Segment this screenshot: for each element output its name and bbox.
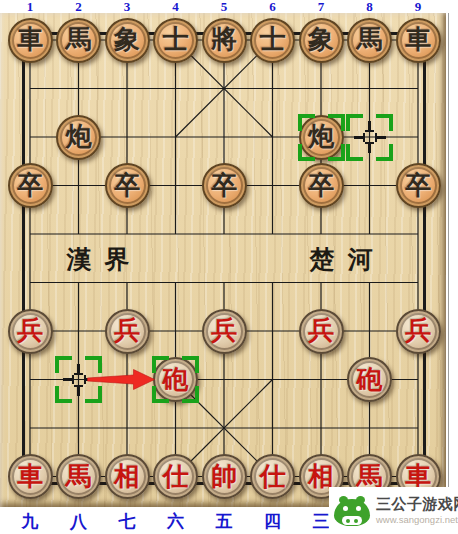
selection-bracket: [152, 356, 199, 403]
piece-glyph: 仕: [163, 464, 189, 490]
piece-glyph: 卒: [211, 173, 237, 199]
piece-black-horse[interactable]: 馬: [56, 18, 101, 63]
piece-black-soldier[interactable]: 卒: [202, 163, 247, 208]
piece-glyph: 兵: [308, 318, 334, 344]
file-label-top: 9: [407, 0, 429, 15]
piece-black-horse[interactable]: 馬: [347, 18, 392, 63]
piece-black-chariot[interactable]: 車: [396, 18, 441, 63]
piece-black-elephant[interactable]: 象: [299, 18, 344, 63]
piece-glyph: 砲: [357, 367, 383, 393]
piece-black-advisor[interactable]: 士: [153, 18, 198, 63]
xiangqi-app: 漢界 楚河 123456789 九八七六五四三二一 車馬象士將士象馬車炮炮卒卒卒…: [0, 0, 458, 534]
piece-glyph: 兵: [17, 318, 43, 344]
piece-red-advisor[interactable]: 仕: [153, 454, 198, 499]
piece-glyph: 卒: [405, 173, 431, 199]
piece-black-advisor[interactable]: 士: [250, 18, 295, 63]
right-gutter: [446, 0, 458, 534]
piece-black-soldier[interactable]: 卒: [8, 163, 53, 208]
piece-black-soldier[interactable]: 卒: [105, 163, 150, 208]
piece-black-cannon[interactable]: 炮: [56, 115, 101, 160]
file-label-top: 2: [68, 0, 90, 15]
watermark-url: www.sangongzi.net: [376, 514, 458, 525]
piece-red-soldier[interactable]: 兵: [299, 309, 344, 354]
file-label-top: 8: [359, 0, 381, 15]
piece-glyph: 馬: [66, 27, 92, 53]
piece-glyph: 車: [405, 27, 431, 53]
crosshair-icon: [63, 364, 95, 396]
piece-red-horse[interactable]: 馬: [56, 454, 101, 499]
piece-glyph: 仕: [260, 464, 286, 490]
piece-glyph: 象: [308, 27, 334, 53]
file-label-bottom: 八: [66, 510, 92, 533]
piece-glyph: 車: [17, 27, 43, 53]
piece-glyph: 兵: [405, 318, 431, 344]
file-label-top: 3: [116, 0, 138, 15]
file-label-top: 1: [19, 0, 41, 15]
piece-glyph: 卒: [114, 173, 140, 199]
piece-glyph: 馬: [357, 27, 383, 53]
piece-black-elephant[interactable]: 象: [105, 18, 150, 63]
crosshair-icon: [354, 121, 386, 153]
file-labels-top: 123456789: [0, 0, 458, 13]
watermark-site-name: 三公子游戏网: [376, 495, 458, 514]
piece-layer: 車馬象士將士象馬車炮炮卒卒卒卒卒兵兵兵兵兵砲砲車馬相仕帥仕相馬車: [6, 16, 443, 501]
piece-red-chariot[interactable]: 車: [8, 454, 53, 499]
file-label-bottom: 五: [211, 510, 237, 533]
piece-red-soldier[interactable]: 兵: [105, 309, 150, 354]
piece-black-soldier[interactable]: 卒: [396, 163, 441, 208]
piece-glyph: 馬: [66, 464, 92, 490]
panel-border-line: [448, 13, 449, 534]
piece-glyph: 相: [114, 464, 140, 490]
file-label-top: 4: [165, 0, 187, 15]
piece-glyph: 帥: [211, 464, 237, 490]
piece-red-soldier[interactable]: 兵: [8, 309, 53, 354]
piece-black-soldier[interactable]: 卒: [299, 163, 344, 208]
watermark: 三公子游戏网 www.sangongzi.net: [329, 487, 458, 534]
piece-red-elephant[interactable]: 相: [105, 454, 150, 499]
piece-glyph: 士: [260, 27, 286, 53]
piece-glyph: 卒: [308, 173, 334, 199]
file-label-bottom: 九: [17, 510, 43, 533]
piece-red-advisor[interactable]: 仕: [250, 454, 295, 499]
selection-bracket: [298, 114, 345, 161]
file-label-bottom: 七: [114, 510, 140, 533]
piece-glyph: 車: [405, 464, 431, 490]
piece-glyph: 馬: [357, 464, 383, 490]
piece-glyph: 士: [163, 27, 189, 53]
file-label-top: 7: [310, 0, 332, 15]
piece-red-general[interactable]: 帥: [202, 454, 247, 499]
file-label-bottom: 六: [163, 510, 189, 533]
piece-glyph: 將: [211, 27, 237, 53]
piece-glyph: 卒: [17, 173, 43, 199]
piece-glyph: 兵: [211, 318, 237, 344]
piece-red-soldier[interactable]: 兵: [202, 309, 247, 354]
piece-black-general[interactable]: 將: [202, 18, 247, 63]
piece-glyph: 兵: [114, 318, 140, 344]
file-label-top: 5: [213, 0, 235, 15]
piece-black-chariot[interactable]: 車: [8, 18, 53, 63]
site-logo-icon: [334, 496, 370, 526]
piece-glyph: 炮: [66, 124, 92, 150]
file-label-top: 6: [262, 0, 284, 15]
piece-glyph: 相: [308, 464, 334, 490]
piece-red-soldier[interactable]: 兵: [396, 309, 441, 354]
piece-glyph: 車: [17, 464, 43, 490]
piece-red-cannon[interactable]: 砲: [347, 357, 392, 402]
file-label-bottom: 四: [260, 510, 286, 533]
piece-glyph: 象: [114, 27, 140, 53]
